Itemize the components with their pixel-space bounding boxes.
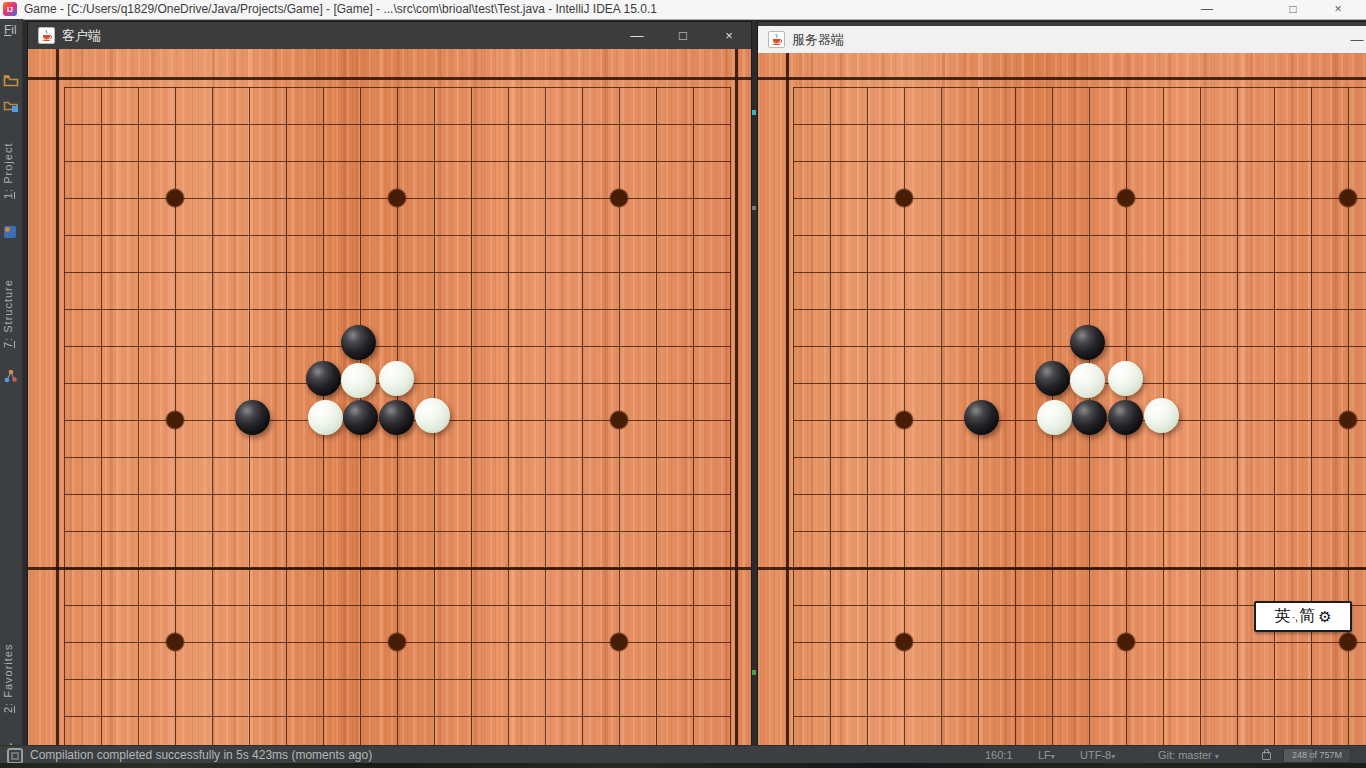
grid-line-vertical bbox=[1274, 87, 1275, 745]
wood-tile-seam bbox=[56, 49, 59, 745]
encoding-widget[interactable]: UTF-8▾ bbox=[1080, 749, 1115, 761]
star-point bbox=[1116, 188, 1136, 208]
chevron-down-icon: ▾ bbox=[1215, 752, 1219, 761]
grid-line-horizontal bbox=[793, 309, 1366, 310]
grid-line-vertical bbox=[101, 87, 102, 745]
stone-black-F10 bbox=[964, 400, 999, 435]
grid-line-horizontal bbox=[64, 457, 731, 458]
stone-black-F10 bbox=[235, 400, 270, 435]
ide-window-title: Game - [C:/Users/q1829/OneDrive/Java/Pro… bbox=[24, 2, 657, 16]
grid-line-vertical bbox=[867, 87, 868, 745]
sidebar-item-structure[interactable]: 7: Structure bbox=[2, 265, 20, 363]
grid-line-vertical bbox=[793, 87, 794, 745]
status-bar: Compilation completed successfully in 5s… bbox=[0, 745, 1366, 764]
grid-line-vertical bbox=[212, 87, 213, 745]
star-point bbox=[609, 632, 629, 652]
star-point bbox=[609, 188, 629, 208]
editor-stripe-mark bbox=[752, 206, 756, 210]
server-minimize-button[interactable]: — bbox=[1342, 26, 1366, 53]
grid-line-vertical bbox=[1237, 87, 1238, 745]
project-tool-icon[interactable] bbox=[3, 225, 17, 243]
star-point bbox=[387, 188, 407, 208]
go-board-client[interactable] bbox=[28, 49, 751, 745]
wood-tile-seam bbox=[758, 77, 1366, 80]
ime-language-bar[interactable]: 英 ·, 简 ⚙ bbox=[1254, 601, 1352, 632]
wood-tile-seam bbox=[735, 49, 738, 745]
ide-maximize-button[interactable]: □ bbox=[1282, 0, 1304, 18]
chevron-down-icon: ▾ bbox=[1111, 752, 1115, 761]
stone-black-J12 bbox=[341, 325, 376, 360]
grid-line-vertical bbox=[286, 87, 287, 745]
wood-tile-seam bbox=[758, 567, 1366, 570]
grid-line-vertical bbox=[1200, 87, 1201, 745]
stone-white-L10 bbox=[415, 398, 450, 433]
memory-indicator[interactable]: 248 of 757M bbox=[1283, 748, 1351, 763]
tool-strip: 1: Project 7: Structure 2: Favorites ★ bbox=[0, 19, 23, 745]
caret-position[interactable]: 160:1 bbox=[985, 749, 1013, 761]
star-point bbox=[894, 188, 914, 208]
server-titlebar[interactable]: 服务器端 — bbox=[758, 22, 1366, 53]
copy-folder-icon[interactable] bbox=[3, 98, 19, 116]
grid-line-horizontal bbox=[64, 605, 731, 606]
grid-line-horizontal bbox=[64, 716, 731, 717]
client-window-title: 客户端 bbox=[62, 27, 101, 45]
grid-line-vertical bbox=[730, 87, 731, 745]
vcs-changes-icon[interactable] bbox=[3, 368, 18, 388]
editor-stripe-mark bbox=[752, 670, 756, 675]
grid-line-horizontal bbox=[793, 87, 1366, 88]
grid-line-horizontal bbox=[793, 161, 1366, 162]
chevron-down-icon: ▾ bbox=[1051, 752, 1055, 761]
client-window: 客户端 — □ × bbox=[28, 22, 751, 745]
grid-line-vertical bbox=[545, 87, 546, 745]
stone-white-H10 bbox=[308, 400, 343, 435]
ide-minimize-button[interactable]: — bbox=[1196, 0, 1218, 18]
grid-line-horizontal bbox=[793, 272, 1366, 273]
grid-line-horizontal bbox=[64, 531, 731, 532]
toggle-toolwindows-icon[interactable] bbox=[7, 748, 23, 764]
grid-line-vertical bbox=[471, 87, 472, 745]
menu-file[interactable]: Fil bbox=[4, 23, 17, 37]
star-point bbox=[165, 410, 185, 430]
ime-english-label: 英 bbox=[1274, 606, 1290, 627]
client-minimize-button[interactable]: — bbox=[622, 22, 652, 49]
grid-line-vertical bbox=[138, 87, 139, 745]
server-window-title: 服务器端 bbox=[792, 31, 844, 49]
status-message: Compilation completed successfully in 5s… bbox=[30, 748, 372, 762]
sidebar-item-project[interactable]: 1: Project bbox=[2, 123, 20, 219]
stone-white-J11 bbox=[341, 363, 376, 398]
grid-line-horizontal bbox=[793, 124, 1366, 125]
grid-line-horizontal bbox=[793, 494, 1366, 495]
grid-line-horizontal bbox=[793, 235, 1366, 236]
line-separator-widget[interactable]: LF▾ bbox=[1038, 749, 1055, 761]
star-point bbox=[894, 410, 914, 430]
intellij-logo-icon: IJ bbox=[3, 2, 17, 16]
ide-close-button[interactable]: × bbox=[1327, 0, 1349, 18]
desktop-sliver bbox=[0, 763, 1366, 768]
stone-white-J11 bbox=[1070, 363, 1105, 398]
ime-separator: ·, bbox=[1291, 611, 1298, 623]
star-point bbox=[1338, 188, 1358, 208]
grid-line-vertical bbox=[582, 87, 583, 745]
stone-black-H11 bbox=[306, 361, 341, 396]
grid-line-horizontal bbox=[793, 531, 1366, 532]
client-close-button[interactable]: × bbox=[714, 22, 744, 49]
grid-line-vertical bbox=[941, 87, 942, 745]
client-maximize-button[interactable]: □ bbox=[668, 22, 698, 49]
grid-line-vertical bbox=[693, 87, 694, 745]
java-icon bbox=[768, 31, 785, 48]
stone-white-H10 bbox=[1037, 400, 1072, 435]
go-board-server[interactable] bbox=[758, 53, 1366, 745]
grid-line-horizontal bbox=[793, 457, 1366, 458]
star-point bbox=[1116, 632, 1136, 652]
folder-icon[interactable] bbox=[3, 73, 19, 91]
star-point bbox=[387, 632, 407, 652]
grid-line-horizontal bbox=[64, 679, 731, 680]
grid-line-vertical bbox=[64, 87, 65, 745]
grid-line-horizontal bbox=[64, 494, 731, 495]
stone-white-L10 bbox=[1144, 398, 1179, 433]
sidebar-item-favorites[interactable]: 2: Favorites bbox=[2, 616, 20, 740]
ide-titlebar[interactable]: IJ Game - [C:/Users/q1829/OneDrive/Java/… bbox=[0, 0, 1366, 20]
editor-stripe-mark bbox=[752, 110, 756, 115]
wood-tile-seam bbox=[786, 53, 789, 745]
server-window: 服务器端 — bbox=[758, 22, 1366, 745]
grid-line-horizontal bbox=[793, 716, 1366, 717]
star-point bbox=[165, 632, 185, 652]
wood-tile-seam bbox=[28, 77, 751, 80]
screen: IJ Game - [C:/Users/q1829/OneDrive/Java/… bbox=[0, 0, 1366, 768]
wood-tile-seam bbox=[28, 567, 751, 570]
stone-black-J10 bbox=[1072, 400, 1107, 435]
vcs-branch-widget[interactable]: Git: master ▾ bbox=[1158, 749, 1219, 761]
star-point bbox=[894, 632, 914, 652]
grid-line-horizontal bbox=[793, 642, 1366, 643]
star-point bbox=[1338, 632, 1358, 652]
grid-line-vertical bbox=[508, 87, 509, 745]
grid-line-horizontal bbox=[793, 679, 1366, 680]
grid-line-vertical bbox=[656, 87, 657, 745]
stone-white-K11 bbox=[1108, 361, 1143, 396]
grid-line-horizontal bbox=[793, 198, 1366, 199]
stone-white-K11 bbox=[379, 361, 414, 396]
memory-text: 248 of 757M bbox=[1284, 749, 1350, 762]
stone-black-K10 bbox=[1108, 400, 1143, 435]
star-point bbox=[609, 410, 629, 430]
grid-line-vertical bbox=[830, 87, 831, 745]
stone-black-K10 bbox=[379, 400, 414, 435]
ime-simplified-label: 简 bbox=[1299, 606, 1315, 627]
grid-line-vertical bbox=[1015, 87, 1016, 745]
stone-black-J12 bbox=[1070, 325, 1105, 360]
ime-settings-gear-icon[interactable]: ⚙ bbox=[1318, 608, 1331, 626]
lock-icon[interactable] bbox=[1262, 752, 1271, 760]
java-icon bbox=[38, 27, 55, 44]
stone-black-H11 bbox=[1035, 361, 1070, 396]
star-point bbox=[1338, 410, 1358, 430]
star-point bbox=[165, 188, 185, 208]
grid-line-vertical bbox=[1311, 87, 1312, 745]
client-titlebar[interactable]: 客户端 — □ × bbox=[28, 22, 751, 49]
stone-black-J10 bbox=[343, 400, 378, 435]
